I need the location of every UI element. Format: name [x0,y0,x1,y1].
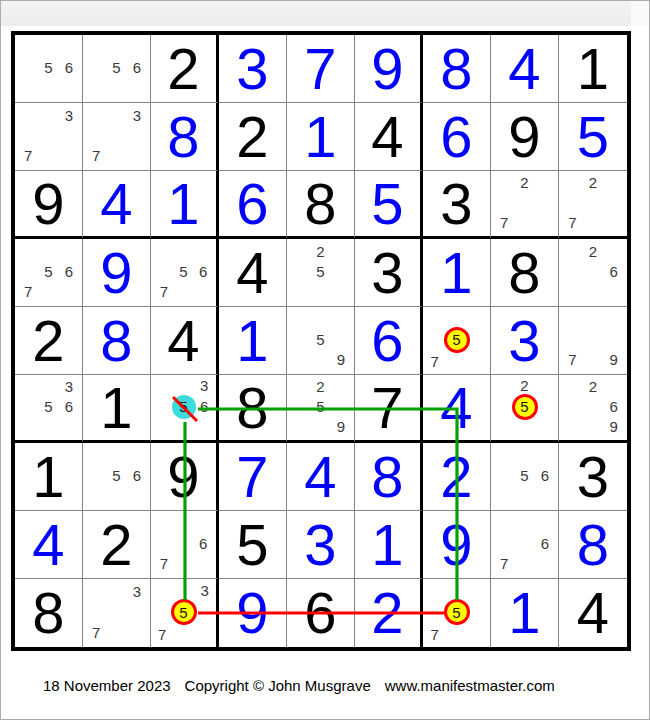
candidate-slot-5: 5 [310,261,330,281]
candidate-slot-5: 5 [171,599,197,625]
candidate-slot-9 [193,554,213,574]
candidate-slot-4 [290,397,310,417]
candidate-slot-6 [331,329,351,349]
candidate-slot-3 [603,173,624,193]
cell-r5c7[interactable]: 57 [423,307,491,375]
candidate-slot-9 [535,486,555,506]
candidate-slot-7: 7 [154,282,174,302]
cell-r3c9[interactable]: 27 [559,171,627,239]
cell-r7c9[interactable]: 3 [559,443,627,511]
candidate-slot-2 [310,309,330,329]
cell-r9c7[interactable]: 57 [423,579,491,647]
candidate-slot-4 [154,395,172,419]
footer-website: www.manifestmaster.com [385,677,555,694]
cell-r6c1[interactable]: 356 [15,375,83,443]
candidate-slot-2: 2 [310,377,330,397]
cell-r3c4[interactable]: 6 [219,171,287,239]
candidate-slot-8 [583,212,604,232]
given-digit: 4 [355,103,420,170]
candidate-6: 6 [133,60,141,75]
given-digit: 3 [355,239,420,306]
solved-digit: 3 [491,307,558,374]
candidate-slot-8 [172,419,196,437]
cell-r8c5[interactable]: 3 [287,511,355,579]
candidate-slot-8 [171,625,197,643]
cell-r2c3[interactable]: 8 [151,103,219,171]
given-digit: 9 [15,171,82,236]
candidate-slot-7: 7 [86,622,106,643]
candidate-slot-9 [535,212,555,232]
cell-r2c4[interactable]: 2 [219,103,287,171]
candidate-slot-2 [38,377,58,397]
solved-digit: 4 [423,375,490,440]
candidate-slot-6: 6 [127,465,147,485]
cell-r2c9[interactable]: 5 [559,103,627,171]
cell-r1c8[interactable]: 4 [491,35,559,103]
solved-digit: 4 [15,511,82,578]
candidate-slot-6: 6 [196,395,214,419]
candidate-slot-2 [106,37,126,57]
candidate-slot-7 [154,419,172,437]
candidate-2: 2 [589,175,597,190]
candidate-slot-2 [38,37,58,57]
cell-r5c1[interactable]: 2 [15,307,83,375]
cell-r6c5[interactable]: 259 [287,375,355,443]
given-digit: 2 [219,103,286,170]
cell-r8c2[interactable]: 2 [83,511,151,579]
cell-r4c7[interactable]: 1 [423,239,491,307]
candidate-slot-8 [38,78,58,98]
cell-r2c2[interactable]: 37 [83,103,151,171]
candidate-slot-2: 2 [583,241,604,261]
candidate-slot-3 [59,241,79,261]
candidate-slot-3: 3 [59,105,79,125]
candidate-slot-3: 3 [196,377,214,395]
cell-r6c7[interactable]: 4 [423,375,491,443]
candidate-slot-1 [290,377,310,397]
given-digit: 4 [151,307,216,374]
candidate-slot-1 [154,513,174,533]
candidate-slot-3 [470,581,488,599]
cell-r8c8[interactable]: 67 [491,511,559,579]
candidate-slot-4 [18,125,38,145]
candidate-slot-2 [444,581,470,599]
candidate-slot-9 [470,353,488,371]
cell-r6c6[interactable]: 7 [355,375,423,443]
candidate-slot-3 [331,377,351,397]
cell-r9c9[interactable]: 4 [559,579,627,647]
cell-r3c8[interactable]: 27 [491,171,559,239]
cell-r6c8[interactable]: 25 [491,375,559,443]
candidate-grid: 567 [154,241,213,302]
cell-r9c5[interactable]: 6 [287,579,355,647]
candidate-slot-5: 5 [514,465,534,485]
candidate-slot-2 [174,241,194,261]
solved-digit: 4 [287,443,354,510]
cell-r9c8[interactable]: 1 [491,579,559,647]
cell-r4c6[interactable]: 3 [355,239,423,307]
cell-r5c8[interactable]: 3 [491,307,559,375]
candidate-slot-4 [494,394,512,420]
candidate-slot-1 [290,309,310,329]
candidate-6: 6 [65,399,73,414]
candidate-slot-1 [86,37,106,57]
candidate-slot-9 [59,282,79,302]
cell-r4c5[interactable]: 25 [287,239,355,307]
candidate-slot-7 [86,78,106,98]
candidate-slot-7: 7 [18,282,38,302]
candidate-slot-5 [583,397,604,417]
candidate-grid: 259 [290,377,351,436]
candidate-7: 7 [431,354,439,369]
candidate-slot-8 [174,282,194,302]
footer-copyright: Copyright © John Musgrave [185,677,371,694]
candidate-slot-4 [86,602,106,623]
solved-digit: 9 [83,239,150,306]
given-digit: 1 [15,443,82,510]
candidate-grid: 79 [562,309,624,370]
cell-r4c4[interactable]: 4 [219,239,287,307]
cell-r4c9[interactable]: 26 [559,239,627,307]
candidate-slot-1 [154,241,174,261]
cell-r4c1[interactable]: 567 [15,239,83,307]
candidate-grid: 57 [426,309,487,370]
cell-r4c8[interactable]: 8 [491,239,559,307]
candidate-slot-6 [535,193,555,213]
candidate-slot-7: 7 [562,212,583,232]
candidate-9: 9 [609,352,617,367]
candidate-2: 2 [589,379,597,394]
solved-digit: 1 [219,307,286,374]
candidate-slot-3 [603,241,624,261]
candidate-slot-9: 9 [331,416,351,436]
candidate-slot-1 [562,241,583,261]
cell-r5c6[interactable]: 6 [355,307,423,375]
cell-r9c3[interactable]: 357 [151,579,219,647]
cell-r5c5[interactable]: 59 [287,307,355,375]
candidate-slot-7: 7 [494,554,514,574]
candidate-slot-5: 5 [172,395,196,419]
candidate-slot-9: 9 [331,350,351,370]
candidate-7: 7 [500,556,508,571]
candidate-2: 2 [589,244,597,259]
candidate-slot-8 [310,416,330,436]
cell-r1c7[interactable]: 8 [423,35,491,103]
window-titlebar-fragment [0,0,631,26]
cell-r6c2[interactable]: 1 [83,375,151,443]
candidate-slot-5: 5 [106,57,126,77]
candidate-slot-6 [127,602,147,623]
cell-r2c7[interactable]: 6 [423,103,491,171]
cell-r2c8[interactable]: 9 [491,103,559,171]
candidate-grid: 26 [562,241,624,302]
given-digit: 4 [219,239,286,306]
candidate-slot-1 [86,581,106,602]
candidate-slot-4 [154,599,171,625]
given-digit: 3 [559,443,627,510]
cell-r7c8[interactable]: 56 [491,443,559,511]
candidate-slot-9: 9 [603,350,624,370]
candidate-slot-4 [154,261,174,281]
cell-r3c5[interactable]: 8 [287,171,355,239]
candidate-slot-9 [59,78,79,98]
footer-date: 18 November 2023 [43,677,171,694]
candidate-slot-1 [562,173,583,193]
given-digit: 8 [15,579,82,647]
candidate-slot-1 [18,105,38,125]
candidate-6: 6 [609,399,617,414]
solved-digit: 4 [83,171,150,236]
candidate-slot-4 [562,397,583,417]
candidate-slot-6: 6 [193,261,213,281]
cell-r6c9[interactable]: 269 [559,375,627,443]
solved-digit: 2 [355,579,420,647]
solved-digit: 9 [423,511,490,578]
candidate-slot-5 [583,329,604,349]
candidate-grid: 357 [154,581,213,643]
cell-r1c2[interactable]: 56 [83,35,151,103]
candidate-slot-7 [290,416,310,436]
candidate-6: 6 [199,536,207,551]
candidate-slot-5 [106,602,126,623]
candidate-grid: 67 [154,513,213,574]
cell-r1c9[interactable]: 1 [559,35,627,103]
candidate-7: 7 [500,215,508,230]
cell-r9c2[interactable]: 37 [83,579,151,647]
candidate-slot-4 [426,327,444,353]
candidate-slot-8 [310,282,330,302]
candidate-5: 5 [44,264,52,279]
candidate-7: 7 [158,627,166,642]
cell-r8c4[interactable]: 5 [219,511,287,579]
candidate-slot-2: 2 [512,377,538,394]
solved-digit: 8 [151,103,216,170]
cell-r8c3[interactable]: 67 [151,511,219,579]
cell-r5c2[interactable]: 8 [83,307,151,375]
candidate-slot-6: 6 [193,533,213,553]
candidate-6: 6 [65,60,73,75]
candidate-5: 5 [179,264,187,279]
candidate-3: 3 [65,108,73,123]
given-digit: 1 [559,35,627,102]
candidate-slot-8 [514,554,534,574]
given-digit: 2 [151,35,216,102]
candidate-slot-2: 2 [310,241,330,261]
candidate-5: 5 [44,60,52,75]
candidate-slot-6: 6 [603,397,624,417]
solved-digit: 8 [423,35,490,102]
candidate-grid: 269 [562,377,624,436]
candidate-slot-7 [290,350,310,370]
candidate-slot-2 [444,309,470,327]
candidate-slot-5: 5 [106,465,126,485]
candidate-slot-4 [494,193,514,213]
given-digit: 2 [83,511,150,578]
candidate-slot-9 [197,625,214,643]
cell-r3c3[interactable]: 1 [151,171,219,239]
candidate-slot-9 [331,282,351,302]
cell-r1c4[interactable]: 3 [219,35,287,103]
candidate-slot-3: 3 [127,581,147,602]
candidate-slot-4 [290,329,310,349]
solved-digit: 6 [423,103,490,170]
candidate-7: 7 [431,627,439,642]
solved-digit: 8 [355,443,420,510]
solved-digit: 1 [423,239,490,306]
cell-r7c4[interactable]: 7 [219,443,287,511]
cell-r3c6[interactable]: 5 [355,171,423,239]
candidate-slot-8 [514,212,534,232]
candidate-slot-2 [174,513,194,533]
candidate-slot-1 [86,445,106,465]
candidate-slot-1 [18,37,38,57]
candidate-slot-4 [86,57,106,77]
candidate-5: 5 [112,60,120,75]
candidate-slot-3 [193,513,213,533]
candidate-grid: 37 [18,105,79,166]
candidate-grid: 56 [494,445,555,506]
cell-r3c7[interactable]: 3 [423,171,491,239]
candidate-slot-8 [583,350,604,370]
highlighted-candidate-5: 5 [171,599,197,625]
cell-r1c1[interactable]: 56 [15,35,83,103]
candidate-slot-8 [514,486,534,506]
candidate-slot-2 [514,445,534,465]
solved-digit: 3 [219,35,286,102]
candidate-slot-9 [59,416,79,436]
candidate-slot-6: 6 [59,261,79,281]
candidate-slot-5 [583,193,604,213]
candidate-slot-7: 7 [426,353,444,371]
solved-digit: 1 [491,579,558,647]
candidate-slot-5 [106,125,126,145]
candidate-6: 6 [199,264,207,279]
solved-digit: 7 [287,35,354,102]
candidate-slot-6: 6 [59,57,79,77]
cell-r7c6[interactable]: 8 [355,443,423,511]
cell-r9c1[interactable]: 8 [15,579,83,647]
cell-r3c1[interactable]: 9 [15,171,83,239]
cell-r5c4[interactable]: 1 [219,307,287,375]
cell-r5c3[interactable]: 4 [151,307,219,375]
candidate-slot-4 [290,261,310,281]
candidate-slot-6: 6 [535,533,555,553]
candidate-slot-3 [603,309,624,329]
cell-r8c7[interactable]: 9 [423,511,491,579]
cell-r4c3[interactable]: 567 [151,239,219,307]
candidate-grid: 59 [290,309,351,370]
cell-r9c4[interactable]: 9 [219,579,287,647]
candidate-slot-1 [290,241,310,261]
candidate-slot-3 [535,173,555,193]
cell-r7c1[interactable]: 1 [15,443,83,511]
candidate-slot-6 [331,397,351,417]
given-digit: 8 [219,375,286,440]
cell-r3c2[interactable]: 4 [83,171,151,239]
candidate-slot-8 [38,416,58,436]
cell-r5c9[interactable]: 79 [559,307,627,375]
candidate-slot-8 [512,420,538,437]
candidate-slot-5: 5 [444,599,470,625]
candidate-slot-7 [494,420,512,437]
cell-r2c6[interactable]: 4 [355,103,423,171]
cell-r2c1[interactable]: 37 [15,103,83,171]
candidate-slot-2: 2 [583,377,604,397]
candidate-slot-4 [562,193,583,213]
candidate-slot-9 [196,419,214,437]
candidate-slot-6 [197,599,214,625]
cell-r7c5[interactable]: 4 [287,443,355,511]
candidate-7: 7 [92,625,100,640]
cell-r2c5[interactable]: 1 [287,103,355,171]
candidate-slot-6 [538,394,556,420]
candidate-slot-1 [86,105,106,125]
cell-r6c4[interactable]: 8 [219,375,287,443]
solved-digit: 1 [355,511,420,578]
solved-digit: 9 [355,35,420,102]
cell-r1c3[interactable]: 2 [151,35,219,103]
cell-r9c6[interactable]: 2 [355,579,423,647]
cell-r8c6[interactable]: 1 [355,511,423,579]
candidate-9: 9 [337,419,345,434]
cell-r4c2[interactable]: 9 [83,239,151,307]
candidate-6: 6 [200,399,208,414]
cell-r7c3[interactable]: 9 [151,443,219,511]
cell-r7c7[interactable]: 2 [423,443,491,511]
solved-digit: 7 [219,443,286,510]
candidate-grid: 37 [86,581,147,643]
candidate-3: 3 [133,584,141,599]
cell-r8c1[interactable]: 4 [15,511,83,579]
candidate-grid: 25 [290,241,351,302]
candidate-slot-9 [127,78,147,98]
candidate-grid: 56 [86,37,147,98]
cell-r7c2[interactable]: 56 [83,443,151,511]
cell-r8c9[interactable]: 8 [559,511,627,579]
candidate-slot-2: 2 [514,173,534,193]
candidate-grid: 56 [18,37,79,98]
candidate-slot-1 [154,377,172,395]
candidate-slot-3 [470,309,488,327]
candidate-6: 6 [541,468,549,483]
candidate-slot-2 [38,241,58,261]
candidate-slot-3: 3 [197,581,214,599]
candidate-slot-3: 3 [59,377,79,397]
candidate-slot-5: 5 [38,397,58,417]
candidate-slot-2 [172,377,196,395]
cell-r1c6[interactable]: 9 [355,35,423,103]
given-digit: 7 [355,375,420,440]
candidate-2: 2 [316,244,324,259]
solved-digit: 9 [219,579,286,647]
candidate-slot-8 [106,78,126,98]
candidate-slot-4 [86,465,106,485]
candidate-slot-5: 5 [174,261,194,281]
candidate-6: 6 [541,536,549,551]
candidate-slot-6 [331,261,351,281]
candidate-slot-7: 7 [494,212,514,232]
candidate-slot-9 [127,622,147,643]
cell-r1c5[interactable]: 7 [287,35,355,103]
candidate-slot-3 [603,377,624,397]
candidate-grid: 356 [154,377,213,436]
candidate-slot-2 [514,513,534,533]
candidate-grid: 567 [18,241,79,302]
candidate-slot-5: 5 [38,261,58,281]
solved-digit: 6 [219,171,286,236]
cell-r6c3[interactable]: 356 [151,375,219,443]
given-digit: 1 [83,375,150,440]
